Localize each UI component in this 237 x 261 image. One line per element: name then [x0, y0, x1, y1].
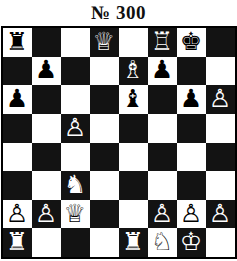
square-h7	[206, 57, 235, 86]
square-d6	[90, 85, 119, 114]
square-h6: ♙	[206, 85, 235, 114]
puzzle-number: № 300	[0, 0, 237, 26]
square-c3: ♞	[61, 171, 90, 200]
square-a6: ♟	[3, 85, 32, 114]
white-bishop-icon: ♗	[122, 57, 144, 82]
square-f4	[148, 143, 177, 172]
square-f6	[148, 85, 177, 114]
square-f8: ♖	[148, 28, 177, 57]
square-g3	[177, 171, 206, 200]
white-queen-icon: ♕	[93, 29, 115, 54]
square-e6: ♝	[119, 85, 148, 114]
square-g1: ♔	[177, 228, 206, 257]
black-pawn-icon: ♟	[6, 86, 28, 111]
square-a2: ♙	[3, 200, 32, 229]
square-g8: ♚	[177, 28, 206, 57]
white-pawn-icon: ♙	[180, 201, 202, 226]
white-pawn-icon: ♙	[209, 201, 231, 226]
square-b8	[32, 28, 61, 57]
square-a3	[3, 171, 32, 200]
white-pawn-icon: ♙	[64, 115, 86, 140]
square-c5: ♙	[61, 114, 90, 143]
square-f2: ♙	[148, 200, 177, 229]
square-e2	[119, 200, 148, 229]
black-king-icon: ♚	[180, 29, 202, 54]
square-a4	[3, 143, 32, 172]
white-rook-icon: ♖	[151, 29, 173, 54]
black-rook-icon: ♜	[6, 29, 28, 54]
square-a1: ♜	[3, 228, 32, 257]
white-pawn-icon: ♙	[35, 201, 57, 226]
square-e7: ♗	[119, 57, 148, 86]
square-d8: ♕	[90, 28, 119, 57]
square-g7	[177, 57, 206, 86]
square-e3	[119, 171, 148, 200]
square-b4	[32, 143, 61, 172]
square-b3	[32, 171, 61, 200]
square-b1	[32, 228, 61, 257]
square-c1	[61, 228, 90, 257]
square-f5	[148, 114, 177, 143]
square-c2: ♕	[61, 200, 90, 229]
square-h1	[206, 228, 235, 257]
square-e4	[119, 143, 148, 172]
square-b5	[32, 114, 61, 143]
square-e8	[119, 28, 148, 57]
white-queen-icon: ♕	[64, 201, 86, 226]
square-a5	[3, 114, 32, 143]
square-g5	[177, 114, 206, 143]
square-f3	[148, 171, 177, 200]
black-bishop-icon: ♝	[122, 86, 144, 111]
square-d4	[90, 143, 119, 172]
square-c7	[61, 57, 90, 86]
square-f1: ♘	[148, 228, 177, 257]
square-g6: ♟	[177, 85, 206, 114]
white-pawn-icon: ♙	[6, 201, 28, 226]
square-a8: ♜	[3, 28, 32, 57]
chess-board: ♜♕♖♚♟♗♟♟♝♟♙♙♞♙♙♕♙♙♙♜♜♘♔	[1, 26, 237, 259]
square-d7	[90, 57, 119, 86]
black-pawn-icon: ♟	[151, 57, 173, 82]
square-d3	[90, 171, 119, 200]
white-pawn-icon: ♙	[209, 86, 231, 111]
square-b2: ♙	[32, 200, 61, 229]
square-h8	[206, 28, 235, 57]
black-rook-icon: ♜	[6, 229, 28, 254]
square-d1	[90, 228, 119, 257]
square-c8	[61, 28, 90, 57]
square-e1: ♜	[119, 228, 148, 257]
square-h4	[206, 143, 235, 172]
white-knight-icon: ♘	[151, 229, 173, 254]
black-pawn-icon: ♟	[180, 86, 202, 111]
white-pawn-icon: ♙	[151, 201, 173, 226]
square-h2: ♙	[206, 200, 235, 229]
square-e5	[119, 114, 148, 143]
square-f7: ♟	[148, 57, 177, 86]
square-c4	[61, 143, 90, 172]
black-knight-icon: ♞	[64, 172, 86, 197]
square-d2	[90, 200, 119, 229]
square-d5	[90, 114, 119, 143]
square-h5	[206, 114, 235, 143]
square-g2: ♙	[177, 200, 206, 229]
square-b6	[32, 85, 61, 114]
square-h3	[206, 171, 235, 200]
square-a7	[3, 57, 32, 86]
square-g4	[177, 143, 206, 172]
black-pawn-icon: ♟	[35, 57, 57, 82]
white-king-icon: ♔	[180, 229, 202, 254]
square-c6	[61, 85, 90, 114]
square-b7: ♟	[32, 57, 61, 86]
black-rook-icon: ♜	[122, 229, 144, 254]
